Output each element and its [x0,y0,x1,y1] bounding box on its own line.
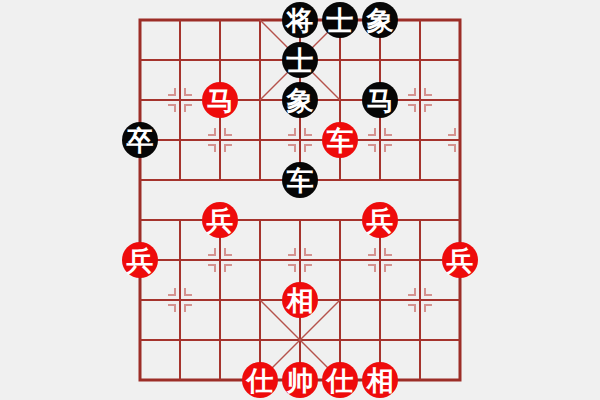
point-mark-bracket [184,104,192,112]
point-mark-bracket [368,248,376,256]
point-mark-bracket [304,248,312,256]
point-mark-bracket [368,264,376,272]
point-mark-bracket [168,288,176,296]
point-mark-bracket [304,264,312,272]
point-mark-bracket [408,104,416,112]
point-mark-bracket [208,264,216,272]
point-mark-bracket [448,144,456,152]
piece-black-elephant-2[interactable]: 象 [282,82,318,118]
point-mark-bracket [424,288,432,296]
point-mark-bracket [168,304,176,312]
piece-red-pawn-2[interactable]: 兵 [362,202,398,238]
piece-black-general[interactable]: 将 [282,2,318,38]
point-mark-bracket [224,248,232,256]
xiangqi-board[interactable]: 将士象士马象马卒车车兵兵兵兵相仕帅仕相 [140,20,460,380]
point-mark-bracket [424,88,432,96]
point-mark-bracket [368,128,376,136]
point-mark-bracket [384,264,392,272]
piece-red-pawn-1[interactable]: 兵 [202,202,238,238]
point-mark-bracket [408,88,416,96]
point-mark-bracket [184,288,192,296]
point-mark-bracket [384,128,392,136]
point-mark-bracket [304,128,312,136]
point-mark-bracket [368,144,376,152]
piece-black-advisor-2[interactable]: 士 [282,42,318,78]
piece-red-chariot-1[interactable]: 车 [322,122,358,158]
piece-black-elephant-1[interactable]: 象 [362,2,398,38]
point-mark-bracket [384,248,392,256]
point-mark-bracket [184,88,192,96]
point-mark-bracket [288,264,296,272]
point-mark-bracket [408,304,416,312]
piece-black-pawn-1[interactable]: 卒 [122,122,158,158]
piece-black-horse-1[interactable]: 马 [362,82,398,118]
point-mark-bracket [168,104,176,112]
point-mark-bracket [424,104,432,112]
point-mark-bracket [168,88,176,96]
point-mark-bracket [208,144,216,152]
point-mark-bracket [304,144,312,152]
point-mark-bracket [184,304,192,312]
piece-red-elephant-1[interactable]: 相 [282,282,318,318]
point-mark-bracket [208,248,216,256]
point-mark-bracket [224,128,232,136]
point-mark-bracket [224,264,232,272]
piece-red-advisor-1[interactable]: 仕 [242,362,278,398]
point-mark-bracket [448,128,456,136]
point-mark-bracket [424,304,432,312]
piece-red-advisor-2[interactable]: 仕 [322,362,358,398]
point-mark-bracket [408,288,416,296]
piece-red-pawn-3[interactable]: 兵 [122,242,158,278]
piece-red-king[interactable]: 帅 [282,362,318,398]
xiangqi-app: 将士象士马象马卒车车兵兵兵兵相仕帅仕相 [0,0,600,400]
piece-red-pawn-4[interactable]: 兵 [442,242,478,278]
piece-red-horse-1[interactable]: 马 [202,82,238,118]
point-mark-bracket [288,248,296,256]
piece-red-elephant-2[interactable]: 相 [362,362,398,398]
point-mark-bracket [224,144,232,152]
point-mark-bracket [288,144,296,152]
point-mark-bracket [208,128,216,136]
piece-black-advisor-1[interactable]: 士 [322,2,358,38]
point-mark-bracket [384,144,392,152]
point-mark-bracket [288,128,296,136]
piece-black-chariot-1[interactable]: 车 [282,162,318,198]
